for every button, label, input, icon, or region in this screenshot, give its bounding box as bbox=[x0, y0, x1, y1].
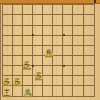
cell-6a[interactable] bbox=[33, 5, 43, 15]
cell-2g[interactable] bbox=[73, 66, 83, 76]
cell-7a[interactable] bbox=[23, 5, 33, 15]
cell-9a[interactable] bbox=[3, 5, 13, 15]
cell-1g[interactable] bbox=[84, 66, 94, 76]
cell-6e[interactable] bbox=[33, 46, 43, 56]
cell-4f[interactable] bbox=[53, 56, 63, 66]
cell-2h[interactable] bbox=[73, 76, 83, 86]
cell-4b[interactable] bbox=[53, 15, 63, 25]
cell-9d[interactable] bbox=[3, 36, 13, 46]
cell-2a[interactable] bbox=[73, 5, 83, 15]
cell-1f[interactable] bbox=[84, 56, 94, 66]
cell-3d[interactable] bbox=[63, 36, 73, 46]
cell-5a[interactable] bbox=[43, 5, 53, 15]
cell-4d[interactable] bbox=[53, 36, 63, 46]
cell-8e[interactable] bbox=[13, 46, 23, 56]
hoshi-dot bbox=[32, 34, 34, 36]
piece-kanji: 角 bbox=[46, 49, 53, 58]
cell-6d[interactable] bbox=[33, 36, 43, 46]
hoshi-dot bbox=[63, 34, 65, 36]
cell-1b[interactable] bbox=[84, 15, 94, 25]
cell-3b[interactable] bbox=[63, 15, 73, 25]
cell-6f[interactable] bbox=[33, 56, 43, 66]
cell-9c[interactable] bbox=[3, 26, 13, 36]
cell-3g[interactable] bbox=[63, 66, 73, 76]
cell-2d[interactable] bbox=[73, 36, 83, 46]
cell-2e[interactable] bbox=[73, 46, 83, 56]
cell-3a[interactable] bbox=[63, 5, 73, 15]
cell-5h[interactable] bbox=[43, 76, 53, 86]
piece-kanji: 王 bbox=[3, 88, 10, 97]
hoshi-dot bbox=[63, 65, 65, 67]
cell-1c[interactable] bbox=[84, 26, 94, 36]
cell-7e[interactable] bbox=[23, 46, 33, 56]
cell-8d[interactable] bbox=[13, 36, 23, 46]
cell-2i[interactable] bbox=[73, 86, 83, 96]
cell-9g[interactable] bbox=[3, 66, 13, 76]
piece-kanji: 歩 bbox=[36, 72, 43, 81]
cell-8a[interactable] bbox=[13, 5, 23, 15]
cell-1e[interactable] bbox=[84, 46, 94, 56]
piece-kanji: 歩 bbox=[4, 78, 11, 87]
cell-8c[interactable] bbox=[13, 26, 23, 36]
corner-mark bbox=[94, 0, 96, 3]
cell-2f[interactable] bbox=[73, 56, 83, 66]
cell-9b[interactable] bbox=[3, 15, 13, 25]
cell-4e[interactable] bbox=[53, 46, 63, 56]
cell-8b[interactable] bbox=[13, 15, 23, 25]
cell-1a[interactable] bbox=[84, 5, 94, 15]
cell-5i[interactable] bbox=[43, 86, 53, 96]
cell-2b[interactable] bbox=[73, 15, 83, 25]
cell-5g[interactable] bbox=[43, 66, 53, 76]
piece-kanji: 馬 bbox=[25, 88, 32, 97]
cell-4i[interactable] bbox=[53, 86, 63, 96]
cell-3h[interactable] bbox=[63, 76, 73, 86]
cell-3c[interactable] bbox=[63, 26, 73, 36]
cell-1i[interactable] bbox=[84, 86, 94, 96]
cell-8f[interactable] bbox=[13, 56, 23, 66]
piece-kanji: 歩 bbox=[14, 78, 21, 87]
cell-7b[interactable] bbox=[23, 15, 33, 25]
cell-3e[interactable] bbox=[63, 46, 73, 56]
cell-6b[interactable] bbox=[33, 15, 43, 25]
cell-4g[interactable] bbox=[53, 66, 63, 76]
cell-6c[interactable] bbox=[33, 26, 43, 36]
cell-4h[interactable] bbox=[53, 76, 63, 86]
hoshi-dot bbox=[32, 65, 34, 67]
cell-1d[interactable] bbox=[84, 36, 94, 46]
cell-6i[interactable] bbox=[33, 86, 43, 96]
cell-5c[interactable] bbox=[43, 26, 53, 36]
piece-kanji: 歩 bbox=[23, 61, 30, 70]
cell-5b[interactable] bbox=[43, 15, 53, 25]
cell-7d[interactable] bbox=[23, 36, 33, 46]
cell-4a[interactable] bbox=[53, 5, 63, 15]
cell-1h[interactable] bbox=[84, 76, 94, 86]
cell-7h[interactable] bbox=[23, 76, 33, 86]
cell-9f[interactable] bbox=[3, 56, 13, 66]
cell-5d[interactable] bbox=[43, 36, 53, 46]
shogi-app-screen: 角歩歩歩歩王馬 bbox=[0, 0, 100, 100]
cell-8g[interactable] bbox=[13, 66, 23, 76]
cell-8i[interactable] bbox=[13, 86, 23, 96]
cell-3f[interactable] bbox=[63, 56, 73, 66]
cell-3i[interactable] bbox=[63, 86, 73, 96]
cell-2c[interactable] bbox=[73, 26, 83, 36]
cell-9e[interactable] bbox=[3, 46, 13, 56]
